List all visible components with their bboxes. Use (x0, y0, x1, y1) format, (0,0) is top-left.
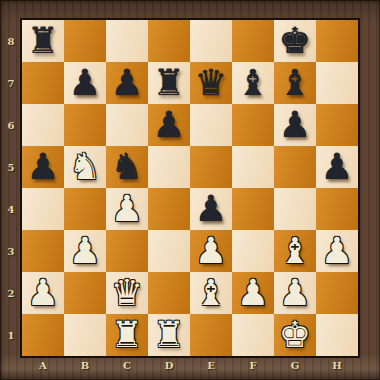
white-pawn: ♟ (22, 272, 64, 314)
white-rook: ♜ (148, 314, 190, 356)
black-queen: ♛ (190, 62, 232, 104)
square-g7[interactable]: ♝ (274, 62, 316, 104)
board: ♜♚♟♟♜♛♝♝♟♟♟♞♞♟♟♟♟♟♝♟♟♛♝♟♟♜♜♚ (22, 20, 358, 356)
white-pawn: ♟ (316, 230, 358, 272)
square-a6[interactable] (22, 104, 64, 146)
rank-label-6: 6 (0, 104, 22, 146)
file-label-b: B (64, 356, 106, 374)
square-d7[interactable]: ♜ (148, 62, 190, 104)
square-h5[interactable]: ♟ (316, 146, 358, 188)
square-a3[interactable] (22, 230, 64, 272)
square-g3[interactable]: ♝ (274, 230, 316, 272)
square-a1[interactable] (22, 314, 64, 356)
square-a7[interactable] (22, 62, 64, 104)
square-d3[interactable] (148, 230, 190, 272)
square-f5[interactable] (232, 146, 274, 188)
square-b2[interactable] (64, 272, 106, 314)
square-b7[interactable]: ♟ (64, 62, 106, 104)
square-e5[interactable] (190, 146, 232, 188)
square-b5[interactable]: ♞ (64, 146, 106, 188)
square-c5[interactable]: ♞ (106, 146, 148, 188)
square-g4[interactable] (274, 188, 316, 230)
square-c4[interactable]: ♟ (106, 188, 148, 230)
square-g1[interactable]: ♚ (274, 314, 316, 356)
file-label-g: G (274, 356, 316, 374)
black-pawn: ♟ (64, 62, 106, 104)
square-g8[interactable]: ♚ (274, 20, 316, 62)
black-knight: ♞ (106, 146, 148, 188)
black-bishop: ♝ (274, 62, 316, 104)
square-f2[interactable]: ♟ (232, 272, 274, 314)
square-a2[interactable]: ♟ (22, 272, 64, 314)
square-b4[interactable] (64, 188, 106, 230)
square-a4[interactable] (22, 188, 64, 230)
square-e6[interactable] (190, 104, 232, 146)
square-h7[interactable] (316, 62, 358, 104)
file-label-c: C (106, 356, 148, 374)
square-b8[interactable] (64, 20, 106, 62)
white-bishop: ♝ (274, 230, 316, 272)
square-e3[interactable]: ♟ (190, 230, 232, 272)
square-d1[interactable]: ♜ (148, 314, 190, 356)
rank-label-4: 4 (0, 188, 22, 230)
black-pawn: ♟ (106, 62, 148, 104)
rank-label-1: 1 (0, 314, 22, 356)
rank-labels: 87654321 (0, 20, 22, 356)
square-a5[interactable]: ♟ (22, 146, 64, 188)
black-pawn: ♟ (274, 104, 316, 146)
white-pawn: ♟ (274, 272, 316, 314)
square-e4[interactable]: ♟ (190, 188, 232, 230)
black-rook: ♜ (22, 20, 64, 62)
rank-label-2: 2 (0, 272, 22, 314)
file-label-h: H (316, 356, 358, 374)
rank-label-3: 3 (0, 230, 22, 272)
square-d5[interactable] (148, 146, 190, 188)
white-bishop: ♝ (190, 272, 232, 314)
square-e7[interactable]: ♛ (190, 62, 232, 104)
square-f1[interactable] (232, 314, 274, 356)
square-d6[interactable]: ♟ (148, 104, 190, 146)
square-c2[interactable]: ♛ (106, 272, 148, 314)
square-h8[interactable] (316, 20, 358, 62)
square-f6[interactable] (232, 104, 274, 146)
square-b6[interactable] (64, 104, 106, 146)
square-g5[interactable] (274, 146, 316, 188)
square-e2[interactable]: ♝ (190, 272, 232, 314)
rank-label-5: 5 (0, 146, 22, 188)
black-king: ♚ (274, 20, 316, 62)
square-e8[interactable] (190, 20, 232, 62)
black-pawn: ♟ (316, 146, 358, 188)
square-h1[interactable] (316, 314, 358, 356)
rank-label-8: 8 (0, 20, 22, 62)
square-h2[interactable] (316, 272, 358, 314)
black-bishop: ♝ (232, 62, 274, 104)
square-d4[interactable] (148, 188, 190, 230)
square-b1[interactable] (64, 314, 106, 356)
square-c8[interactable] (106, 20, 148, 62)
square-f4[interactable] (232, 188, 274, 230)
square-c7[interactable]: ♟ (106, 62, 148, 104)
square-g2[interactable]: ♟ (274, 272, 316, 314)
black-pawn: ♟ (22, 146, 64, 188)
square-g6[interactable]: ♟ (274, 104, 316, 146)
square-h3[interactable]: ♟ (316, 230, 358, 272)
file-label-a: A (22, 356, 64, 374)
square-f3[interactable] (232, 230, 274, 272)
square-h6[interactable] (316, 104, 358, 146)
white-pawn: ♟ (106, 188, 148, 230)
square-c3[interactable] (106, 230, 148, 272)
square-d8[interactable] (148, 20, 190, 62)
white-knight: ♞ (64, 146, 106, 188)
square-h4[interactable] (316, 188, 358, 230)
file-label-d: D (148, 356, 190, 374)
white-king: ♚ (274, 314, 316, 356)
chess-board-window: 87654321 ♜♚♟♟♜♛♝♝♟♟♟♞♞♟♟♟♟♟♝♟♟♛♝♟♟♜♜♚ AB… (0, 0, 380, 380)
square-c6[interactable] (106, 104, 148, 146)
white-rook: ♜ (106, 314, 148, 356)
white-queen: ♛ (106, 272, 148, 314)
square-f7[interactable]: ♝ (232, 62, 274, 104)
square-c1[interactable]: ♜ (106, 314, 148, 356)
square-b3[interactable]: ♟ (64, 230, 106, 272)
black-pawn: ♟ (148, 104, 190, 146)
file-label-f: F (232, 356, 274, 374)
square-d2[interactable] (148, 272, 190, 314)
black-rook: ♜ (148, 62, 190, 104)
square-e1[interactable] (190, 314, 232, 356)
white-pawn: ♟ (232, 272, 274, 314)
file-label-e: E (190, 356, 232, 374)
white-pawn: ♟ (190, 230, 232, 272)
square-a8[interactable]: ♜ (22, 20, 64, 62)
file-labels: ABCDEFGH (22, 356, 358, 380)
black-pawn: ♟ (190, 188, 232, 230)
rank-label-7: 7 (0, 62, 22, 104)
square-f8[interactable] (232, 20, 274, 62)
white-pawn: ♟ (64, 230, 106, 272)
